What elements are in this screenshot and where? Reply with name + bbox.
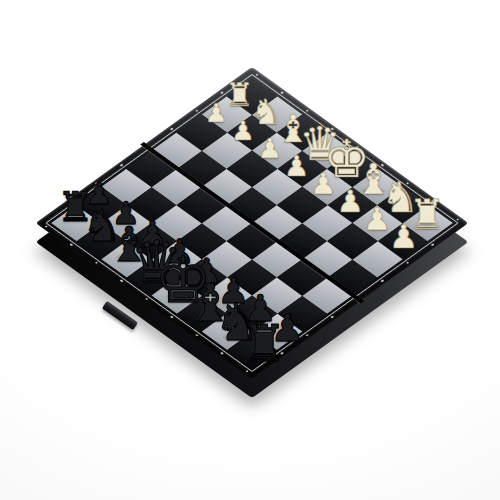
- white-pawn: ♟: [363, 204, 391, 236]
- white-pawn: ♟: [231, 118, 255, 145]
- black-rook: ♜: [241, 318, 287, 369]
- pieces-layer: ♜♞♝♛♚♝♞♜♟♟♟♟♟♟♟♟♟♟♟♟♟♟♟♟♜♞♝♛♚♝♞♜: [0, 0, 500, 500]
- product-photo-stage: ♜♞♝♛♚♝♞♜♟♟♟♟♟♟♟♟♟♟♟♟♟♟♟♟♜♞♝♛♚♝♞♜: [0, 0, 500, 500]
- white-pawn: ♟: [257, 135, 282, 163]
- white-pawn: ♟: [284, 152, 310, 181]
- white-pawn: ♟: [205, 101, 228, 127]
- white-pawn: ♟: [389, 221, 418, 254]
- white-pawn: ♟: [336, 187, 363, 218]
- white-pawn: ♟: [310, 170, 337, 200]
